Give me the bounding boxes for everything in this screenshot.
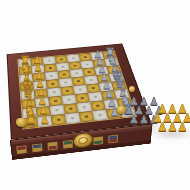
chess-board-grid: ♜♟♟♜♞♟♟♞♝♟♟♝♚♟♟♚♛♟♟♛♝♟♟♝♞♟♟♞♜♟♟♜ (18, 51, 136, 129)
board-square: ♟ (37, 116, 52, 127)
house-plaque (63, 139, 73, 148)
gold-claw-foot (16, 118, 27, 127)
board-square (77, 102, 93, 113)
product-photo-scene: ♜♟♟♜♞♟♟♞♝♟♟♝♚♟♟♚♛♟♟♛♝♟♟♝♞♟♟♞♜♟♟♜ ♟♟♟♟♟♟♟… (0, 0, 190, 190)
board-square (59, 78, 73, 87)
board-square (90, 101, 106, 112)
board-square (65, 113, 81, 124)
house-plaque (47, 141, 57, 150)
spare-pawn-silver: ♟ (139, 114, 149, 125)
house-plaque (16, 145, 27, 154)
gold-corner-rosette (129, 86, 135, 92)
board-square (86, 83, 101, 93)
spare-pawn-gold: ♟ (177, 121, 188, 133)
board-square (92, 110, 108, 121)
house-plaque (93, 136, 103, 145)
chess-piece-p: ♟ (38, 115, 52, 126)
board-square (51, 114, 67, 125)
house-plaque (32, 143, 43, 152)
spare-pawn-silver: ♟ (129, 114, 139, 125)
hogwarts-crest-medallion (74, 133, 93, 148)
house-plaque (108, 134, 118, 143)
